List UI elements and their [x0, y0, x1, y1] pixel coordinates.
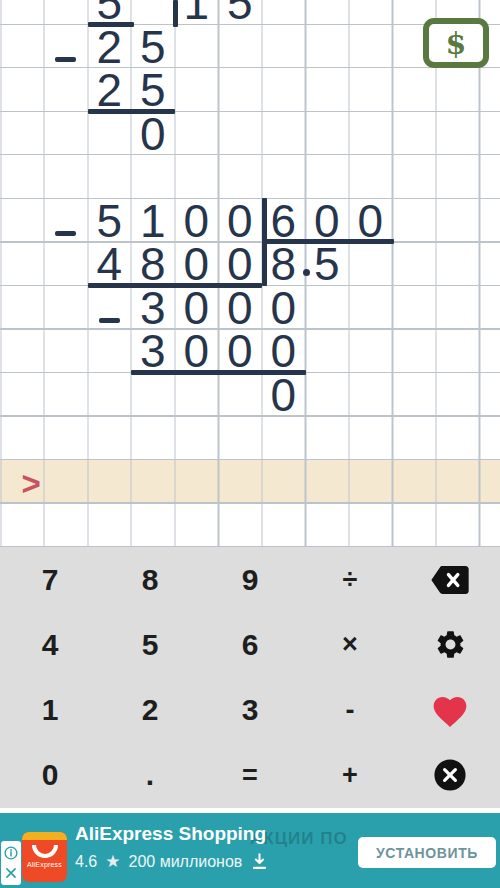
grid-cell-r6c5: 0 [218, 242, 262, 286]
grid-cell-r11c0: > [1, 459, 45, 503]
logo-text: AliExpress [27, 861, 62, 868]
key-3[interactable]: 3 [200, 678, 300, 743]
ad-rating: 4.6 [75, 853, 97, 871]
money-icon[interactable]: $ [423, 18, 489, 68]
key-close[interactable] [400, 743, 500, 808]
key-1[interactable]: 1 [0, 678, 100, 743]
grid-cell-r1c2: 2 [88, 24, 132, 68]
ad-banner[interactable]: АКЦИИ ПО AliExpress AliExpress Shopping … [0, 813, 500, 888]
underline-600 [262, 239, 394, 244]
key-divide[interactable]: ÷ [300, 547, 400, 612]
grid-cell-r1c3: 5 [131, 24, 175, 68]
gear-icon [434, 628, 467, 661]
key-2[interactable]: 2 [100, 678, 200, 743]
key-7[interactable]: 7 [0, 547, 100, 612]
star-icon: ★ [105, 851, 120, 872]
ad-close-icon[interactable] [4, 866, 18, 880]
ad-control-chip [1, 841, 21, 885]
key-settings[interactable] [400, 612, 500, 677]
grid-cell-r6c4: 0 [175, 242, 219, 286]
minus-sign [55, 57, 76, 62]
key-8[interactable]: 8 [100, 547, 200, 612]
keypad: 7 8 9 ÷ 4 5 6 × 1 2 3 - 0 . = [0, 547, 500, 808]
key-0[interactable]: 0 [0, 743, 100, 808]
close-circle-icon [433, 758, 467, 792]
key-6[interactable]: 6 [200, 612, 300, 677]
grid-cell-r9c6: 0 [262, 372, 306, 416]
logo-gold-strip [22, 832, 67, 840]
dollar-sign: $ [446, 26, 467, 61]
grid-cell-r5c1 [44, 198, 88, 242]
install-button[interactable]: УСТАНОВИТЬ [358, 837, 496, 868]
grid-cell-r7c3: 3 [131, 285, 175, 329]
grid-cell-r7c5: 0 [218, 285, 262, 329]
key-equals[interactable]: = [200, 743, 300, 808]
download-icon [250, 852, 269, 871]
grid-cell-r7c2 [88, 285, 132, 329]
grid-cell-r5c7: 0 [305, 198, 349, 242]
key-5[interactable]: 5 [100, 612, 200, 677]
underline-3000 [131, 370, 306, 375]
ad-text-block: AliExpress Shopping 4.6 ★ 200 миллионов [75, 823, 269, 872]
heart-icon [430, 692, 470, 728]
ad-downloads: 200 миллионов [129, 853, 243, 871]
grid-cell-r8c3: 3 [131, 329, 175, 373]
key-multiply[interactable]: × [300, 612, 400, 677]
key-decimal[interactable]: . [100, 743, 200, 808]
backspace-icon [431, 566, 469, 594]
underline-4800 [88, 283, 263, 288]
key-9[interactable]: 9 [200, 547, 300, 612]
grid-cell-r5c4: 0 [175, 198, 219, 242]
grid-cell-r6c7: 5 [305, 242, 349, 286]
grid-cell-r7c4: 0 [175, 285, 219, 329]
grid-cell-r8c5: 0 [218, 329, 262, 373]
grid-cell-r6c2: 4 [88, 242, 132, 286]
grid-cell-r5c6: 6 [262, 198, 306, 242]
grid-cell-r2c3: 5 [131, 68, 175, 112]
grid-cell-r6c3: 8 [131, 242, 175, 286]
grid-cell-r8c6: 0 [262, 329, 306, 373]
key-4[interactable]: 4 [0, 612, 100, 677]
grid-cell-r6c6: 8 [262, 242, 306, 286]
grid-cell-r0c5: 5 [218, 0, 262, 24]
grid-cell-r7c6: 0 [262, 285, 306, 329]
info-icon[interactable] [4, 846, 18, 860]
ad-subtitle: 4.6 ★ 200 миллионов [75, 851, 269, 872]
minus-sign [99, 318, 120, 323]
worksheet: $ 515252505100600480085300030000> [0, 0, 500, 547]
grid-cell-r5c3: 1 [131, 198, 175, 242]
logo-bag-handle [32, 845, 58, 858]
division-bar-1 [173, 0, 178, 27]
key-minus[interactable]: - [300, 678, 400, 743]
key-backspace[interactable] [400, 547, 500, 612]
key-plus[interactable]: + [300, 743, 400, 808]
grid-cell-r5c5: 0 [218, 198, 262, 242]
underline-top-quotient [88, 22, 134, 27]
grid-cell-r8c4: 0 [175, 329, 219, 373]
key-favorite[interactable] [400, 678, 500, 743]
grid-cell-r0c4: 1 [175, 0, 219, 24]
minus-sign [55, 231, 76, 236]
decimal-point [303, 269, 310, 276]
grid-cell-r2c2: 2 [88, 68, 132, 112]
grid-cell-r5c8: 0 [349, 198, 393, 242]
app-screen: $ 515252505100600480085300030000> 7 8 9 … [0, 0, 500, 888]
grid-cell-r5c2: 5 [88, 198, 132, 242]
grid-cell-r1c1 [44, 24, 88, 68]
aliexpress-logo[interactable]: AliExpress [22, 832, 67, 882]
ad-title: AliExpress Shopping [75, 823, 269, 845]
grid-cell-r3c3: 0 [131, 111, 175, 155]
underline-25 [88, 109, 176, 114]
